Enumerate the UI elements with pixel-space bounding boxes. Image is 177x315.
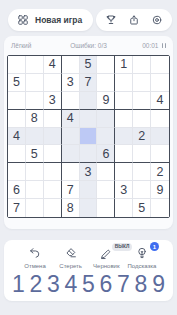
cell-r1c8[interactable] (133, 56, 151, 74)
cell-r7c7[interactable] (115, 163, 133, 181)
cell-r4c6[interactable] (97, 110, 115, 128)
numpad-3[interactable]: 3 (47, 273, 60, 296)
cell-r9c2[interactable] (26, 199, 44, 217)
cell-r3c5[interactable] (80, 92, 98, 110)
cell-r6c1[interactable] (8, 145, 26, 163)
mistakes-counter: Ошибки: 0/3 (70, 42, 107, 49)
cell-r3c4[interactable] (62, 92, 80, 110)
numpad: 123456789 (4, 270, 173, 300)
cell-r8c3[interactable] (44, 181, 62, 199)
cell-r7c4[interactable] (62, 163, 80, 181)
cell-r2c8[interactable] (133, 74, 151, 92)
cell-r3c6[interactable]: 9 (97, 92, 115, 110)
numpad-5[interactable]: 5 (82, 273, 95, 296)
numpad-4[interactable]: 4 (65, 273, 78, 296)
cell-r5c4[interactable] (62, 128, 80, 146)
cell-r1c9[interactable] (151, 56, 169, 74)
undo-button[interactable]: Отмена (18, 246, 52, 269)
cell-r6c3[interactable] (44, 145, 62, 163)
cell-r1c5[interactable]: 5 (80, 56, 98, 74)
cell-r1c2[interactable] (26, 56, 44, 74)
cell-r9c1[interactable]: 7 (8, 199, 26, 217)
cell-r8c4[interactable]: 7 (62, 181, 80, 199)
cell-r4c3[interactable] (44, 110, 62, 128)
cell-r1c6[interactable] (97, 56, 115, 74)
cell-r7c3[interactable] (44, 163, 62, 181)
cell-r7c9[interactable]: 2 (151, 163, 169, 181)
numpad-6[interactable]: 6 (100, 273, 113, 296)
cell-r4c4[interactable]: 4 (62, 110, 80, 128)
numpad-9[interactable]: 9 (152, 273, 165, 296)
cell-r5c6[interactable] (97, 128, 115, 146)
cell-r3c1[interactable] (8, 92, 26, 110)
cell-r4c2[interactable]: 8 (26, 110, 44, 128)
undo-label: Отмена (24, 263, 46, 269)
hint-button[interactable]: 1 Подсказка (125, 246, 159, 269)
cell-r7c1[interactable] (8, 163, 26, 181)
board-panel: Лёгкий Ошибки: 0/3 00:01 451537394844256… (4, 36, 173, 229)
cell-r3c8[interactable] (133, 92, 151, 110)
cell-r5c3[interactable] (44, 128, 62, 146)
cell-r3c7[interactable] (115, 92, 133, 110)
cell-r6c7[interactable] (115, 145, 133, 163)
cell-r2c2[interactable] (26, 74, 44, 92)
cell-r1c3[interactable]: 4 (44, 56, 62, 74)
cell-r9c8[interactable]: 5 (133, 199, 151, 217)
timer: 00:01 (142, 42, 166, 49)
cell-r8c2[interactable] (26, 181, 44, 199)
erase-label: Стереть (59, 263, 82, 269)
cell-r3c3[interactable]: 3 (44, 92, 62, 110)
cell-r1c1[interactable] (8, 56, 26, 74)
toolbar: Отмена Стереть ВЫКЛ Черновик (4, 240, 173, 269)
share-icon[interactable] (128, 14, 140, 26)
cell-r8c9[interactable]: 9 (151, 181, 169, 199)
cell-r8c5[interactable] (80, 181, 98, 199)
new-game-label: Новая игра (35, 15, 82, 25)
cell-r5c8[interactable]: 2 (133, 128, 151, 146)
cell-r6c9[interactable] (151, 145, 169, 163)
cell-r6c2[interactable]: 5 (26, 145, 44, 163)
cell-r4c1[interactable] (8, 110, 26, 128)
cell-r4c9[interactable] (151, 110, 169, 128)
grid-icon (17, 14, 29, 26)
cell-r6c8[interactable] (133, 145, 151, 163)
status-bar: Лёгкий Ошибки: 0/3 00:01 (4, 41, 173, 53)
cell-r6c4[interactable] (62, 145, 80, 163)
sudoku-board: 451537394844256326739785 (7, 55, 170, 218)
cell-r4c8[interactable] (133, 110, 151, 128)
toolbar-panel: Отмена Стереть ВЫКЛ Черновик (4, 240, 173, 301)
numpad-2[interactable]: 2 (30, 273, 43, 296)
cell-r5c1[interactable]: 4 (8, 128, 26, 146)
undo-icon (28, 246, 42, 260)
cell-r5c2[interactable] (26, 128, 44, 146)
cell-r9c6[interactable] (97, 199, 115, 217)
cell-r4c7[interactable] (115, 110, 133, 128)
cell-r8c1[interactable]: 6 (8, 181, 26, 199)
cell-r9c3[interactable] (44, 199, 62, 217)
cell-r2c5[interactable]: 7 (80, 74, 98, 92)
cell-r8c6[interactable] (97, 181, 115, 199)
cell-r2c1[interactable]: 5 (8, 74, 26, 92)
cell-r9c5[interactable] (80, 199, 98, 217)
cell-r3c9[interactable]: 4 (151, 92, 169, 110)
settings-icon[interactable] (151, 14, 163, 26)
numpad-7[interactable]: 7 (117, 273, 130, 296)
new-game-button[interactable]: Новая игра (8, 9, 93, 31)
hint-count-badge: 1 (150, 242, 159, 251)
cell-r5c5[interactable] (80, 128, 98, 146)
header-actions (96, 9, 172, 31)
cell-r2c7[interactable] (115, 74, 133, 92)
cell-r7c8[interactable] (133, 163, 151, 181)
cell-r7c6[interactable] (97, 163, 115, 181)
cell-r5c9[interactable] (151, 128, 169, 146)
cell-r2c9[interactable] (151, 74, 169, 92)
cell-r6c6[interactable]: 6 (97, 145, 115, 163)
cell-r9c9[interactable] (151, 199, 169, 217)
cell-r2c6[interactable] (97, 74, 115, 92)
pause-icon[interactable] (162, 43, 167, 49)
notes-button[interactable]: ВЫКЛ Черновик (89, 246, 123, 269)
cell-r5c7[interactable] (115, 128, 133, 146)
timer-value: 00:01 (142, 42, 158, 49)
cell-r7c5[interactable]: 3 (80, 163, 98, 181)
cell-r6c5[interactable] (80, 145, 98, 163)
cell-r9c7[interactable] (115, 199, 133, 217)
cell-r1c7[interactable]: 1 (115, 56, 133, 74)
notes-label: Черновик (93, 263, 120, 269)
eraser-icon (64, 246, 78, 260)
numpad-8[interactable]: 8 (135, 273, 148, 296)
cell-r8c7[interactable]: 3 (115, 181, 133, 199)
hint-label: Подсказка (128, 263, 157, 269)
cell-r1c4[interactable] (62, 56, 80, 74)
cell-r7c2[interactable] (26, 163, 44, 181)
sudoku-app: { "game": "sudoku", "position": "0040501… (0, 0, 177, 315)
cell-r9c4[interactable]: 8 (62, 199, 80, 217)
cell-r3c2[interactable] (26, 92, 44, 110)
cell-r2c4[interactable]: 3 (62, 74, 80, 92)
cell-r2c3[interactable] (44, 74, 62, 92)
erase-button[interactable]: Стереть (54, 246, 88, 269)
difficulty-label: Лёгкий (11, 42, 31, 49)
cell-r4c5[interactable] (80, 110, 98, 128)
trophy-icon[interactable] (105, 14, 117, 26)
numpad-1[interactable]: 1 (12, 273, 25, 296)
cell-r8c8[interactable] (133, 181, 151, 199)
bulb-icon (135, 246, 149, 260)
